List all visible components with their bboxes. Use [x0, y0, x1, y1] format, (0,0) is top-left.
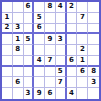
cell-r9c5[interactable]: 6 — [45, 88, 56, 99]
cell-r2c3[interactable] — [24, 13, 35, 24]
cell-r1c3[interactable]: 6 — [24, 2, 35, 13]
cell-r8c2[interactable]: 6 — [13, 77, 24, 88]
cell-r3c3[interactable] — [24, 24, 35, 35]
cell-r8c8[interactable] — [77, 77, 88, 88]
cell-r9c7[interactable]: 4 — [67, 88, 78, 99]
cell-r7c6[interactable]: 5 — [56, 67, 67, 78]
cell-r6c9[interactable] — [88, 56, 99, 67]
cell-r6c6[interactable] — [56, 56, 67, 67]
cell-r8c3[interactable] — [24, 77, 35, 88]
cell-r2c1[interactable]: 1 — [2, 13, 13, 24]
sudoku-board: 684215723615938247615686733964 — [0, 0, 101, 101]
cell-r1c4[interactable] — [34, 2, 45, 13]
cell-r5c2[interactable]: 8 — [13, 45, 24, 56]
cell-r2c4[interactable]: 5 — [34, 13, 45, 24]
cell-r1c7[interactable]: 2 — [67, 2, 78, 13]
cell-r7c3[interactable] — [24, 67, 35, 78]
cell-r3c4[interactable]: 6 — [34, 24, 45, 35]
cell-r2c6[interactable] — [56, 13, 67, 24]
cell-r6c8[interactable]: 1 — [77, 56, 88, 67]
cell-r4c7[interactable] — [67, 34, 78, 45]
cell-r4c5[interactable]: 9 — [45, 34, 56, 45]
cell-r4c4[interactable] — [34, 34, 45, 45]
cell-r7c1[interactable] — [2, 67, 13, 78]
cell-r3c1[interactable]: 2 — [2, 24, 13, 35]
cell-r7c7[interactable] — [67, 67, 78, 78]
cell-r3c7[interactable] — [67, 24, 78, 35]
cell-r7c5[interactable] — [45, 67, 56, 78]
cell-r2c2[interactable] — [13, 13, 24, 24]
cell-r9c9[interactable] — [88, 88, 99, 99]
cell-r5c4[interactable] — [34, 45, 45, 56]
cell-r1c8[interactable] — [77, 2, 88, 13]
cell-r6c3[interactable] — [24, 56, 35, 67]
cell-r5c8[interactable]: 2 — [77, 45, 88, 56]
cell-r4c1[interactable] — [2, 34, 13, 45]
cell-r6c2[interactable] — [13, 56, 24, 67]
cell-r6c5[interactable]: 7 — [45, 56, 56, 67]
cell-r3c5[interactable] — [45, 24, 56, 35]
cell-r2c8[interactable]: 7 — [77, 13, 88, 24]
cell-r8c9[interactable]: 3 — [88, 77, 99, 88]
cell-r8c5[interactable] — [45, 77, 56, 88]
cell-r7c9[interactable]: 8 — [88, 67, 99, 78]
cell-r2c9[interactable] — [88, 13, 99, 24]
cell-r5c1[interactable] — [2, 45, 13, 56]
cell-r9c1[interactable] — [2, 88, 13, 99]
cell-r8c4[interactable] — [34, 77, 45, 88]
cell-r6c7[interactable]: 6 — [67, 56, 78, 67]
cell-r4c2[interactable]: 1 — [13, 34, 24, 45]
cell-r9c6[interactable] — [56, 88, 67, 99]
cell-r9c8[interactable] — [77, 88, 88, 99]
cell-r4c8[interactable] — [77, 34, 88, 45]
cell-r9c4[interactable]: 9 — [34, 88, 45, 99]
cell-r7c4[interactable] — [34, 67, 45, 78]
cell-r5c3[interactable] — [24, 45, 35, 56]
cell-r5c5[interactable] — [45, 45, 56, 56]
cell-r1c9[interactable] — [88, 2, 99, 13]
cell-r6c1[interactable] — [2, 56, 13, 67]
cell-r4c6[interactable]: 3 — [56, 34, 67, 45]
cell-r8c1[interactable] — [2, 77, 13, 88]
cell-r9c3[interactable]: 3 — [24, 88, 35, 99]
cell-r1c6[interactable]: 4 — [56, 2, 67, 13]
cell-r1c2[interactable] — [13, 2, 24, 13]
cell-r1c1[interactable] — [2, 2, 13, 13]
cell-r5c6[interactable] — [56, 45, 67, 56]
cell-r3c9[interactable] — [88, 24, 99, 35]
cell-r5c7[interactable] — [67, 45, 78, 56]
cell-r7c2[interactable] — [13, 67, 24, 78]
cell-r9c2[interactable] — [13, 88, 24, 99]
cell-r7c8[interactable]: 6 — [77, 67, 88, 78]
cell-r3c2[interactable]: 3 — [13, 24, 24, 35]
cell-r4c3[interactable]: 5 — [24, 34, 35, 45]
cell-r5c9[interactable] — [88, 45, 99, 56]
cell-r2c7[interactable] — [67, 13, 78, 24]
cell-r3c8[interactable] — [77, 24, 88, 35]
cell-r8c7[interactable] — [67, 77, 78, 88]
cell-r4c9[interactable] — [88, 34, 99, 45]
cell-r8c6[interactable]: 7 — [56, 77, 67, 88]
cell-r2c5[interactable] — [45, 13, 56, 24]
cell-r6c4[interactable]: 4 — [34, 56, 45, 67]
cell-r1c5[interactable]: 8 — [45, 2, 56, 13]
cell-r3c6[interactable] — [56, 24, 67, 35]
